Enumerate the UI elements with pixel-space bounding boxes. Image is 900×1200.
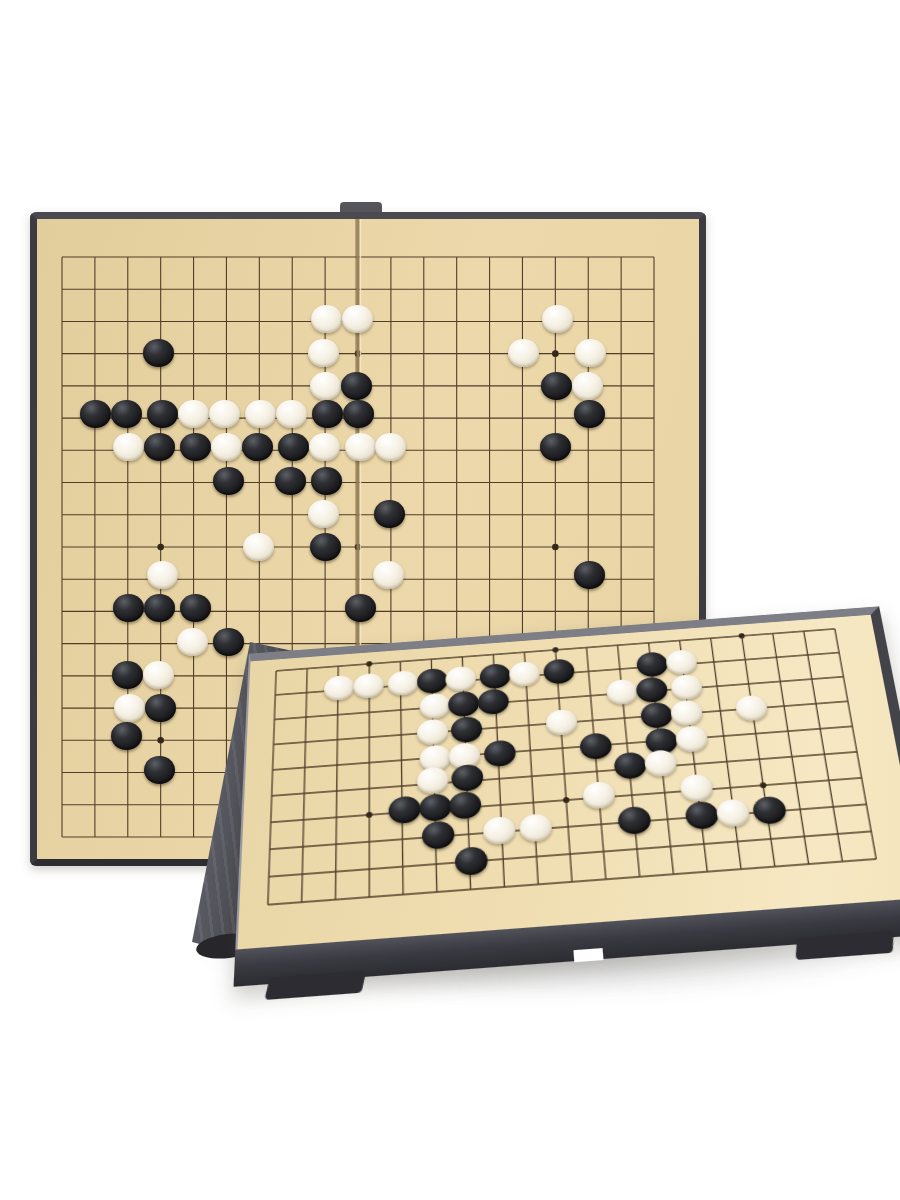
star-point	[366, 661, 372, 667]
black-stone	[374, 500, 405, 528]
black-stone	[345, 594, 376, 622]
grid-line	[711, 638, 741, 869]
black-stone	[278, 433, 309, 461]
black-stone	[213, 467, 244, 495]
grid-line	[268, 671, 276, 905]
white-stone	[345, 433, 376, 461]
black-stone	[341, 372, 372, 400]
grid-line	[269, 831, 871, 876]
black-stone	[574, 561, 605, 589]
grid-line	[268, 859, 876, 905]
white-stone	[308, 339, 339, 367]
black-stone	[574, 400, 605, 428]
grid-line	[804, 631, 843, 861]
black-stone	[144, 756, 175, 784]
black-stone	[112, 661, 143, 689]
white-stone	[178, 400, 209, 428]
white-stone	[342, 305, 373, 333]
white-stone	[245, 400, 276, 428]
grid-line	[742, 636, 775, 867]
star-point	[552, 544, 559, 551]
white-stone	[309, 433, 340, 461]
grid-line	[302, 669, 308, 903]
black-stone	[312, 400, 343, 428]
star-point	[552, 350, 559, 357]
star-point	[563, 797, 570, 803]
black-stone	[541, 372, 572, 400]
grid-line	[400, 662, 403, 895]
star-point	[157, 737, 164, 744]
base-frame-notch	[574, 948, 604, 962]
white-stone	[308, 500, 339, 528]
white-stone	[310, 372, 341, 400]
white-stone	[243, 533, 274, 561]
white-stone	[572, 372, 603, 400]
product-photo-canvas	[0, 0, 900, 1200]
star-point	[157, 544, 164, 551]
grid-line	[555, 650, 572, 882]
grid-line	[524, 652, 538, 884]
grid-line	[587, 648, 606, 880]
black-stone	[310, 533, 341, 561]
white-stone	[311, 305, 342, 333]
front-go-board-face	[234, 606, 900, 986]
white-stone	[177, 628, 208, 656]
white-stone	[276, 400, 307, 428]
white-stone	[209, 400, 240, 428]
black-stone	[143, 339, 174, 367]
star-point	[552, 647, 558, 653]
grid-line	[835, 629, 876, 859]
star-point	[760, 782, 767, 788]
grid-line	[773, 634, 809, 865]
white-stone	[143, 661, 174, 689]
star-point	[366, 812, 372, 818]
black-stone	[311, 467, 342, 495]
star-point	[738, 633, 745, 639]
grid-line	[272, 752, 857, 796]
black-stone	[242, 433, 273, 461]
white-stone	[575, 339, 606, 367]
grid-line	[335, 666, 338, 899]
black-stone	[343, 400, 374, 428]
black-stone	[540, 433, 571, 461]
black-stone	[213, 628, 244, 656]
black-stone	[275, 467, 306, 495]
white-stone	[508, 339, 539, 367]
